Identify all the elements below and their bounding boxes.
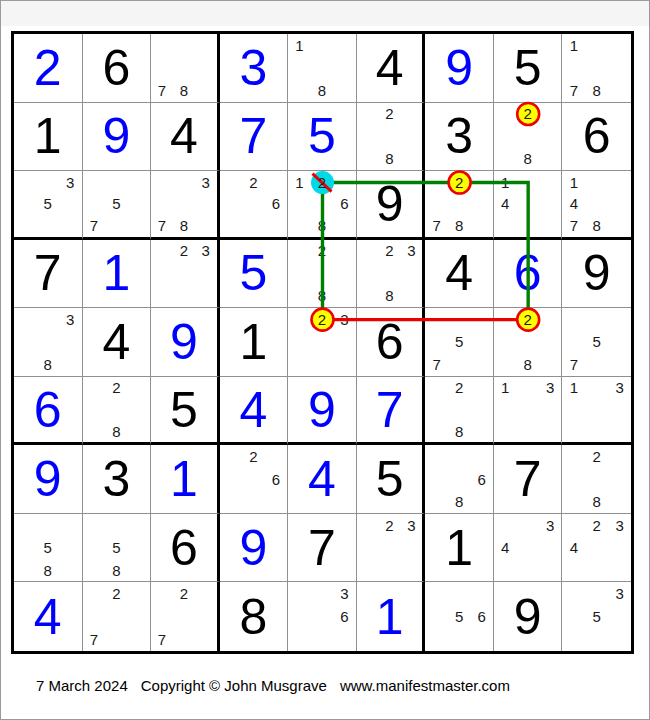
cell-r6c9[interactable]: 13 (562, 377, 631, 446)
cell-r8c9[interactable]: 234 (562, 514, 631, 583)
empty-candidate-slot (608, 215, 631, 237)
cell-r7c7[interactable]: 68 (425, 445, 494, 514)
empty-candidate-slot (128, 171, 151, 193)
cell-r8c6[interactable]: 23 (357, 514, 426, 583)
cell-r6c3[interactable]: 5 (151, 377, 220, 446)
cell-r5c5[interactable]: 23 (288, 308, 357, 377)
empty-candidate-slot (83, 605, 106, 628)
empty-candidate-slot (311, 582, 334, 605)
empty-candidate-slot (83, 582, 106, 605)
empty-candidate-slot (539, 171, 562, 193)
candidate-grid: 57 (83, 171, 151, 237)
empty-candidate-slot (333, 34, 356, 57)
candidate-2: 2 (242, 171, 265, 193)
empty-candidate-slot (59, 514, 82, 537)
cell-r7c6[interactable]: 5 (357, 445, 426, 514)
empty-candidate-slot (357, 148, 379, 171)
cell-r7c1[interactable]: 9 (14, 445, 83, 514)
empty-candidate-slot (83, 514, 106, 537)
candidate-4: 4 (494, 536, 517, 559)
empty-candidate-slot (494, 559, 517, 582)
candidate-grid: 28 (494, 308, 562, 376)
solved-digit: 1 (83, 240, 151, 308)
given-digit: 5 (151, 377, 217, 443)
empty-candidate-slot (195, 193, 217, 215)
cell-r4c2[interactable]: 1 (83, 240, 152, 309)
empty-candidate-slot (608, 353, 631, 376)
candidate-5: 5 (37, 536, 60, 559)
candidate-5: 5 (585, 331, 608, 354)
empty-candidate-slot (105, 514, 128, 537)
empty-candidate-slot (608, 536, 631, 559)
empty-candidate-slot (220, 193, 243, 215)
empty-candidate-slot (608, 399, 631, 421)
candidate-8: 8 (37, 353, 60, 376)
cell-r8c7[interactable]: 1 (425, 514, 494, 583)
cell-r6c4[interactable]: 4 (220, 377, 289, 446)
given-digit: 6 (83, 34, 151, 102)
empty-candidate-slot (333, 628, 356, 651)
cell-r5c3[interactable]: 9 (151, 308, 220, 377)
empty-candidate-slot (220, 468, 243, 491)
cell-r9c7[interactable]: 56 (425, 582, 494, 651)
empty-candidate-slot (562, 331, 585, 354)
candidate-grid: 38 (14, 308, 82, 376)
candidate-7: 7 (151, 79, 173, 102)
cell-r3c7[interactable]: 278 (425, 171, 494, 240)
candidate-7: 7 (562, 353, 585, 376)
empty-candidate-slot (14, 193, 37, 215)
empty-candidate-slot (311, 331, 334, 354)
empty-candidate-slot (333, 57, 356, 80)
candidate-grid: 58 (14, 514, 82, 582)
empty-candidate-slot (379, 262, 401, 285)
cell-r4c1[interactable]: 7 (14, 240, 83, 309)
cell-r1c4[interactable]: 3 (220, 34, 289, 103)
empty-candidate-slot (288, 582, 311, 605)
empty-candidate-slot (333, 285, 356, 308)
candidate-grid: 28 (425, 377, 493, 443)
candidate-grid: 23 (151, 240, 217, 308)
empty-candidate-slot (14, 353, 37, 376)
cell-r5c1[interactable]: 38 (14, 308, 83, 377)
cell-r6c8[interactable]: 13 (494, 377, 563, 446)
empty-candidate-slot (425, 399, 448, 421)
empty-candidate-slot (14, 536, 37, 559)
cell-r1c2[interactable]: 6 (83, 34, 152, 103)
cell-r2c9[interactable]: 6 (562, 103, 631, 172)
empty-candidate-slot (494, 353, 517, 376)
candidate-4: 4 (562, 193, 585, 215)
solved-digit: 3 (220, 34, 288, 102)
candidate-grid: 68 (425, 445, 493, 513)
candidate-6: 6 (333, 193, 356, 215)
cell-r6c2[interactable]: 28 (83, 377, 152, 446)
candidate-3: 3 (539, 514, 562, 537)
empty-candidate-slot (448, 193, 471, 215)
cell-r3c9[interactable]: 1478 (562, 171, 631, 240)
cell-r6c1[interactable]: 6 (14, 377, 83, 446)
given-digit: 3 (425, 103, 493, 171)
candidate-grid: 28 (357, 103, 423, 171)
cell-r1c6[interactable]: 4 (357, 34, 426, 103)
empty-candidate-slot (357, 514, 379, 537)
empty-candidate-slot (585, 57, 608, 80)
cell-r8c8[interactable]: 34 (494, 514, 563, 583)
solved-digit: 9 (425, 34, 493, 102)
top-margin-band (1, 1, 649, 26)
empty-candidate-slot (516, 331, 539, 354)
candidate-2: 2 (311, 171, 334, 193)
candidate-7: 7 (425, 215, 448, 237)
candidate-3: 3 (608, 377, 631, 399)
empty-candidate-slot (37, 514, 60, 537)
empty-candidate-slot (562, 490, 585, 513)
empty-candidate-slot (83, 399, 106, 421)
candidate-8: 8 (311, 215, 334, 237)
given-digit: 4 (83, 308, 151, 376)
empty-candidate-slot (173, 171, 195, 193)
candidate-3: 3 (59, 308, 82, 331)
candidate-grid: 27 (83, 582, 151, 651)
cell-r4c6[interactable]: 238 (357, 240, 426, 309)
empty-candidate-slot (585, 34, 608, 57)
candidate-7: 7 (562, 215, 585, 237)
empty-candidate-slot (311, 605, 334, 628)
candidate-8: 8 (516, 148, 539, 171)
candidate-8: 8 (448, 420, 471, 442)
cell-r7c3[interactable]: 1 (151, 445, 220, 514)
solved-digit: 5 (220, 240, 288, 308)
empty-candidate-slot (470, 331, 493, 354)
candidate-6: 6 (470, 605, 493, 628)
cell-r2c2[interactable]: 9 (83, 103, 152, 172)
candidate-grid: 23 (288, 308, 356, 376)
given-digit: 8 (220, 582, 288, 651)
cell-r3c8[interactable]: 14 (494, 171, 563, 240)
candidate-grid: 27 (151, 582, 217, 651)
empty-candidate-slot (128, 420, 151, 442)
empty-candidate-slot (539, 103, 562, 126)
cell-r5c8[interactable]: 28 (494, 308, 563, 377)
cell-r6c6[interactable]: 7 (357, 377, 426, 446)
candidate-grid: 36 (288, 582, 356, 651)
empty-candidate-slot (59, 536, 82, 559)
candidate-grid: 278 (425, 171, 493, 237)
empty-candidate-slot (128, 582, 151, 605)
cell-r9c2[interactable]: 27 (83, 582, 152, 651)
empty-candidate-slot (585, 559, 608, 582)
solved-digit: 2 (14, 34, 82, 102)
cell-r5c9[interactable]: 57 (562, 308, 631, 377)
empty-candidate-slot (288, 285, 311, 308)
empty-candidate-slot (448, 353, 471, 376)
empty-candidate-slot (379, 536, 401, 559)
given-digit: 7 (494, 445, 562, 513)
given-digit: 1 (14, 103, 82, 171)
cell-r8c3[interactable]: 6 (151, 514, 220, 583)
cell-r7c5[interactable]: 4 (288, 445, 357, 514)
empty-candidate-slot (585, 582, 608, 605)
empty-candidate-slot (494, 308, 517, 331)
candidate-8: 8 (379, 285, 401, 308)
candidate-grid: 14 (494, 171, 562, 237)
cell-r7c8[interactable]: 7 (494, 445, 563, 514)
candidate-2: 2 (585, 445, 608, 468)
empty-candidate-slot (562, 605, 585, 628)
empty-candidate-slot (608, 559, 631, 582)
cell-r6c5[interactable]: 9 (288, 377, 357, 446)
cell-r4c8[interactable]: 6 (494, 240, 563, 309)
empty-candidate-slot (357, 240, 379, 263)
candidate-2: 2 (173, 582, 195, 605)
cell-r1c5[interactable]: 18 (288, 34, 357, 103)
candidate-3: 3 (608, 582, 631, 605)
empty-candidate-slot (585, 353, 608, 376)
empty-candidate-slot (105, 399, 128, 421)
empty-candidate-slot (470, 399, 493, 421)
empty-candidate-slot (608, 420, 631, 442)
candidate-7: 7 (83, 215, 106, 237)
empty-candidate-slot (516, 193, 539, 215)
empty-candidate-slot (151, 193, 173, 215)
candidate-grid: 13 (494, 377, 562, 443)
cell-r9c3[interactable]: 27 (151, 582, 220, 651)
candidate-5: 5 (37, 193, 60, 215)
cell-r2c5[interactable]: 5 (288, 103, 357, 172)
cell-r9c6[interactable]: 1 (357, 582, 426, 651)
empty-candidate-slot (242, 468, 265, 491)
cell-r6c7[interactable]: 28 (425, 377, 494, 446)
cell-r9c8[interactable]: 9 (494, 582, 563, 651)
candidate-8: 8 (585, 79, 608, 102)
cell-r5c7[interactable]: 57 (425, 308, 494, 377)
given-digit: 9 (494, 582, 562, 651)
empty-candidate-slot (333, 262, 356, 285)
footer-copyright: Copyright © John Musgrave (141, 677, 327, 694)
empty-candidate-slot (195, 262, 217, 285)
empty-candidate-slot (220, 445, 243, 468)
cell-r3c5[interactable]: 1268 (288, 171, 357, 240)
empty-candidate-slot (608, 193, 631, 215)
cell-r1c1[interactable]: 2 (14, 34, 83, 103)
empty-candidate-slot (288, 331, 311, 354)
cell-r1c3[interactable]: 78 (151, 34, 220, 103)
empty-candidate-slot (151, 240, 173, 263)
empty-candidate-slot (539, 125, 562, 148)
solved-digit: 7 (220, 103, 288, 171)
empty-candidate-slot (425, 582, 448, 605)
candidate-grid: 57 (562, 308, 631, 376)
cell-r1c7[interactable]: 9 (425, 34, 494, 103)
candidate-7: 7 (83, 628, 106, 651)
cell-r3c1[interactable]: 35 (14, 171, 83, 240)
cell-r4c4[interactable]: 5 (220, 240, 289, 309)
empty-candidate-slot (333, 331, 356, 354)
empty-candidate-slot (195, 628, 217, 651)
empty-candidate-slot (195, 79, 217, 102)
cell-r9c1[interactable]: 4 (14, 582, 83, 651)
cell-r2c1[interactable]: 1 (14, 103, 83, 172)
empty-candidate-slot (400, 125, 422, 148)
candidate-grid: 34 (494, 514, 562, 582)
candidate-8: 8 (585, 490, 608, 513)
empty-candidate-slot (288, 240, 311, 263)
cell-r2c6[interactable]: 28 (357, 103, 426, 172)
solved-digit: 9 (14, 445, 82, 513)
candidate-grid: 26 (220, 445, 288, 513)
empty-candidate-slot (562, 57, 585, 80)
cell-r4c5[interactable]: 28 (288, 240, 357, 309)
given-digit: 4 (151, 103, 217, 171)
empty-candidate-slot (562, 399, 585, 421)
empty-candidate-slot (516, 536, 539, 559)
cell-r3c3[interactable]: 378 (151, 171, 220, 240)
empty-candidate-slot (288, 79, 311, 102)
empty-candidate-slot (494, 215, 517, 237)
candidate-6: 6 (265, 468, 288, 491)
empty-candidate-slot (585, 420, 608, 442)
empty-candidate-slot (83, 171, 106, 193)
empty-candidate-slot (220, 171, 243, 193)
empty-candidate-slot (470, 353, 493, 376)
empty-candidate-slot (470, 420, 493, 442)
cell-r8c2[interactable]: 58 (83, 514, 152, 583)
cell-r8c4[interactable]: 9 (220, 514, 289, 583)
cell-r8c1[interactable]: 58 (14, 514, 83, 583)
candidate-grid: 78 (151, 34, 217, 102)
candidate-8: 8 (173, 79, 195, 102)
candidate-6: 6 (333, 605, 356, 628)
cell-r3c4[interactable]: 26 (220, 171, 289, 240)
cell-r4c9[interactable]: 9 (562, 240, 631, 309)
candidate-3: 3 (333, 308, 356, 331)
candidate-8: 8 (379, 148, 401, 171)
empty-candidate-slot (470, 215, 493, 237)
cell-r4c7[interactable]: 4 (425, 240, 494, 309)
empty-candidate-slot (128, 215, 151, 237)
candidate-1: 1 (494, 377, 517, 399)
empty-candidate-slot (242, 193, 265, 215)
empty-candidate-slot (516, 215, 539, 237)
cell-r9c4[interactable]: 8 (220, 582, 289, 651)
empty-candidate-slot (400, 559, 422, 582)
empty-candidate-slot (37, 331, 60, 354)
given-digit: 3 (83, 445, 151, 513)
sudoku-solver-screenshot: { "game": "sudoku", "board": { "rows": 9… (0, 0, 650, 720)
empty-candidate-slot (562, 628, 585, 651)
empty-candidate-slot (425, 605, 448, 628)
candidate-4: 4 (562, 536, 585, 559)
given-digit: 6 (562, 103, 631, 171)
empty-candidate-slot (242, 215, 265, 237)
cell-r2c4[interactable]: 7 (220, 103, 289, 172)
cell-r4c3[interactable]: 23 (151, 240, 220, 309)
candidate-2: 2 (242, 445, 265, 468)
empty-candidate-slot (425, 308, 448, 331)
cell-r7c4[interactable]: 26 (220, 445, 289, 514)
candidate-3: 3 (608, 514, 631, 537)
given-digit: 7 (288, 514, 356, 582)
candidate-3: 3 (539, 377, 562, 399)
cell-r8c5[interactable]: 7 (288, 514, 357, 583)
given-digit: 4 (425, 240, 493, 308)
empty-candidate-slot (470, 193, 493, 215)
cell-r5c6[interactable]: 6 (357, 308, 426, 377)
cell-r3c6[interactable]: 9 (357, 171, 426, 240)
cell-r2c7[interactable]: 3 (425, 103, 494, 172)
cell-r2c3[interactable]: 4 (151, 103, 220, 172)
empty-candidate-slot (37, 215, 60, 237)
empty-candidate-slot (14, 215, 37, 237)
candidate-6: 6 (265, 193, 288, 215)
empty-candidate-slot (585, 308, 608, 331)
cell-r2c8[interactable]: 28 (494, 103, 563, 172)
empty-candidate-slot (195, 57, 217, 80)
candidate-2: 2 (311, 308, 334, 331)
cell-r7c9[interactable]: 28 (562, 445, 631, 514)
empty-candidate-slot (608, 628, 631, 651)
cell-r9c9[interactable]: 35 (562, 582, 631, 651)
empty-candidate-slot (59, 193, 82, 215)
empty-candidate-slot (448, 628, 471, 651)
empty-candidate-slot (83, 420, 106, 442)
empty-candidate-slot (539, 353, 562, 376)
cell-r5c2[interactable]: 4 (83, 308, 152, 377)
cell-r3c2[interactable]: 57 (83, 171, 152, 240)
solved-digit: 4 (14, 582, 82, 651)
empty-candidate-slot (562, 445, 585, 468)
solved-digit: 9 (151, 308, 217, 376)
solved-digit: 5 (288, 103, 356, 171)
candidate-2: 2 (173, 240, 195, 263)
empty-candidate-slot (333, 79, 356, 102)
empty-candidate-slot (195, 582, 217, 605)
empty-candidate-slot (516, 377, 539, 399)
empty-candidate-slot (265, 445, 288, 468)
solved-digit: 9 (220, 514, 288, 582)
candidate-grid: 23 (357, 514, 423, 582)
cell-r5c4[interactable]: 1 (220, 308, 289, 377)
candidate-3: 3 (400, 240, 422, 263)
empty-candidate-slot (400, 148, 422, 171)
empty-candidate-slot (425, 377, 448, 399)
empty-candidate-slot (14, 331, 37, 354)
candidate-8: 8 (585, 215, 608, 237)
empty-candidate-slot (516, 171, 539, 193)
empty-candidate-slot (333, 240, 356, 263)
cell-r9c5[interactable]: 36 (288, 582, 357, 651)
candidate-8: 8 (311, 79, 334, 102)
cell-r1c9[interactable]: 178 (562, 34, 631, 103)
empty-candidate-slot (539, 420, 562, 442)
empty-candidate-slot (562, 514, 585, 537)
empty-candidate-slot (585, 377, 608, 399)
candidate-grid: 378 (151, 171, 217, 237)
empty-candidate-slot (494, 420, 517, 442)
candidate-3: 3 (333, 582, 356, 605)
empty-candidate-slot (311, 262, 334, 285)
cell-r1c8[interactable]: 5 (494, 34, 563, 103)
empty-candidate-slot (14, 171, 37, 193)
empty-candidate-slot (448, 399, 471, 421)
candidate-2: 2 (516, 308, 539, 331)
empty-candidate-slot (608, 79, 631, 102)
candidate-grid: 178 (562, 34, 631, 102)
candidate-grid: 18 (288, 34, 356, 102)
cell-r7c2[interactable]: 3 (83, 445, 152, 514)
empty-candidate-slot (59, 215, 82, 237)
